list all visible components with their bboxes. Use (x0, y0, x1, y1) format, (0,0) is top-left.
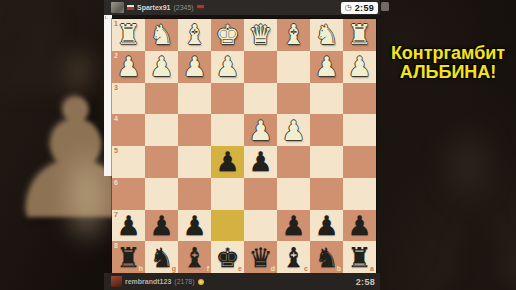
square-a1[interactable]: ♜ (343, 19, 376, 51)
piece-bK-e8[interactable]: ♚ (215, 244, 239, 271)
rank-label-7: 7 (114, 211, 118, 218)
file-label-b: b (337, 265, 341, 272)
piece-bP-b7[interactable]: ♟ (314, 212, 338, 239)
square-c6[interactable] (277, 178, 310, 210)
square-f7[interactable]: ♟ (178, 210, 211, 242)
file-label-a: a (370, 265, 374, 272)
piece-bP-h7[interactable]: ♟ (116, 212, 140, 239)
opponent-rating: (2345) (173, 4, 193, 11)
square-a8[interactable]: a♜ (343, 241, 376, 273)
piece-bB-c8[interactable]: ♝ (281, 244, 305, 271)
piece-wP-a2[interactable]: ♟ (347, 53, 371, 80)
square-d2[interactable] (244, 51, 277, 83)
caption-line2: АЛЬБИНА! (380, 63, 516, 82)
piece-bP-d5[interactable]: ♟ (248, 148, 272, 175)
square-d5[interactable]: ♟ (244, 146, 277, 178)
piece-wN-b1[interactable]: ♞ (314, 21, 338, 48)
rank-label-1: 1 (114, 20, 118, 27)
piece-wP-c4[interactable]: ♟ (281, 117, 305, 144)
square-f5[interactable] (178, 146, 211, 178)
piece-wP-f2[interactable]: ♟ (182, 53, 206, 80)
square-b5[interactable] (310, 146, 343, 178)
square-e7[interactable] (211, 210, 244, 242)
square-b6[interactable] (310, 178, 343, 210)
piece-wB-c1[interactable]: ♝ (281, 21, 305, 48)
piece-bP-e5[interactable]: ♟ (215, 148, 239, 175)
piece-wR-a1[interactable]: ♜ (347, 21, 371, 48)
square-e1[interactable]: ♚ (211, 19, 244, 51)
square-c7[interactable]: ♟ (277, 210, 310, 242)
square-e8[interactable]: e♚ (211, 241, 244, 273)
piece-wQ-d1[interactable]: ♛ (248, 21, 272, 48)
piece-bN-g8[interactable]: ♞ (149, 244, 173, 271)
piece-bB-f8[interactable]: ♝ (182, 244, 206, 271)
piece-bR-h8[interactable]: ♜ (116, 244, 140, 271)
square-c2[interactable] (277, 51, 310, 83)
square-h6[interactable]: 6 (112, 178, 145, 210)
flag-icon (197, 5, 204, 10)
screenshot-stage: ♟ ♟ ♟ Spartex91 (2345) ◷ 2:59 1. 1♜♞♝♚♛♝… (0, 0, 516, 290)
square-c5[interactable] (277, 146, 310, 178)
caption-line1: Контргамбит (380, 44, 516, 63)
player-name[interactable]: rembrandt123 (125, 278, 171, 285)
square-h3[interactable]: 3 (112, 83, 145, 115)
square-e5[interactable]: ♟ (211, 146, 244, 178)
square-g8[interactable]: g♞ (145, 241, 178, 273)
opponent-name[interactable]: Spartex91 (137, 4, 170, 11)
square-a4[interactable] (343, 114, 376, 146)
badge-icon (198, 279, 204, 285)
clock-icon: ◷ (345, 4, 352, 12)
move-list-strip[interactable]: 1. (104, 15, 112, 176)
piece-bP-a7[interactable]: ♟ (347, 212, 371, 239)
player-bar: rembrandt123 (2178) 2:58 (104, 273, 380, 290)
square-h4[interactable]: 4 (112, 114, 145, 146)
rank-label-4: 4 (114, 115, 118, 122)
square-f2[interactable]: ♟ (178, 51, 211, 83)
rank-label-3: 3 (114, 84, 118, 91)
background-pawn-icon: ♟ (412, 195, 516, 290)
square-h5[interactable]: 5 (112, 146, 145, 178)
square-d7[interactable] (244, 210, 277, 242)
player-clock-time: 2:58 (356, 277, 375, 287)
square-h8[interactable]: 8h♜ (112, 241, 145, 273)
square-d8[interactable]: d♛ (244, 241, 277, 273)
square-f8[interactable]: f♝ (178, 241, 211, 273)
chess-board[interactable]: 1♜♞♝♚♛♝♞♜2♟♟♟♟♟♟34♟♟5♟♟67♟♟♟♟♟♟8h♜g♞f♝e♚… (112, 19, 376, 273)
piece-wP-g2[interactable]: ♟ (149, 53, 173, 80)
square-g3[interactable] (145, 83, 178, 115)
piece-bP-c7[interactable]: ♟ (281, 212, 305, 239)
opponent-player-bar: Spartex91 (2345) ◷ 2:59 (104, 0, 380, 15)
square-h2[interactable]: 2♟ (112, 51, 145, 83)
square-a5[interactable] (343, 146, 376, 178)
square-g2[interactable]: ♟ (145, 51, 178, 83)
settings-button[interactable] (381, 2, 389, 11)
square-h1[interactable]: 1♜ (112, 19, 145, 51)
square-d3[interactable] (244, 83, 277, 115)
piece-wN-g1[interactable]: ♞ (149, 21, 173, 48)
square-g5[interactable] (145, 146, 178, 178)
square-d4[interactable]: ♟ (244, 114, 277, 146)
piece-wP-h2[interactable]: ♟ (116, 53, 140, 80)
piece-wK-e1[interactable]: ♚ (215, 21, 239, 48)
opponent-clock-time: 2:59 (355, 3, 374, 13)
piece-bN-b8[interactable]: ♞ (314, 244, 338, 271)
square-b2[interactable]: ♟ (310, 51, 343, 83)
square-e4[interactable] (211, 114, 244, 146)
square-f6[interactable] (178, 178, 211, 210)
square-b8[interactable]: b♞ (310, 241, 343, 273)
rank-label-8: 8 (114, 242, 118, 249)
rank-label-5: 5 (114, 147, 118, 154)
avatar (111, 276, 122, 287)
square-b1[interactable]: ♞ (310, 19, 343, 51)
piece-wR-h1[interactable]: ♜ (116, 21, 140, 48)
file-label-h: h (139, 265, 143, 272)
square-b4[interactable] (310, 114, 343, 146)
piece-bQ-d8[interactable]: ♛ (248, 244, 272, 271)
square-a6[interactable] (343, 178, 376, 210)
square-c3[interactable] (277, 83, 310, 115)
rank-label-2: 2 (114, 52, 118, 59)
flag-icon (127, 5, 134, 10)
piece-wP-e2[interactable]: ♟ (215, 53, 239, 80)
square-f4[interactable] (178, 114, 211, 146)
video-caption: Контргамбит АЛЬБИНА! (380, 44, 516, 83)
square-g7[interactable]: ♟ (145, 210, 178, 242)
file-label-d: d (271, 265, 275, 272)
rank-label-6: 6 (114, 179, 118, 186)
square-b3[interactable] (310, 83, 343, 115)
square-g6[interactable] (145, 178, 178, 210)
square-c1[interactable]: ♝ (277, 19, 310, 51)
square-a2[interactable]: ♟ (343, 51, 376, 83)
move-number: 1. (104, 15, 108, 20)
opponent-clock: ◷ 2:59 (341, 2, 378, 14)
piece-wP-b2[interactable]: ♟ (314, 53, 338, 80)
piece-bP-f7[interactable]: ♟ (182, 212, 206, 239)
piece-bR-a8[interactable]: ♜ (347, 244, 371, 271)
square-h7[interactable]: 7♟ (112, 210, 145, 242)
piece-wP-d4[interactable]: ♟ (248, 117, 272, 144)
square-c4[interactable]: ♟ (277, 114, 310, 146)
square-b7[interactable]: ♟ (310, 210, 343, 242)
square-d1[interactable]: ♛ (244, 19, 277, 51)
file-label-f: f (207, 265, 209, 272)
square-e3[interactable] (211, 83, 244, 115)
square-a7[interactable]: ♟ (343, 210, 376, 242)
square-g4[interactable] (145, 114, 178, 146)
piece-bP-g7[interactable]: ♟ (149, 212, 173, 239)
square-a3[interactable] (343, 83, 376, 115)
piece-wB-f1[interactable]: ♝ (182, 21, 206, 48)
file-label-e: e (238, 265, 242, 272)
square-d6[interactable] (244, 178, 277, 210)
square-f1[interactable]: ♝ (178, 19, 211, 51)
square-f3[interactable] (178, 83, 211, 115)
streamer-logo (111, 2, 124, 13)
file-label-g: g (172, 265, 176, 272)
square-e6[interactable] (211, 178, 244, 210)
player-rating: (2178) (174, 278, 194, 285)
square-e2[interactable]: ♟ (211, 51, 244, 83)
file-label-c: c (304, 265, 308, 272)
square-g1[interactable]: ♞ (145, 19, 178, 51)
square-c8[interactable]: c♝ (277, 241, 310, 273)
